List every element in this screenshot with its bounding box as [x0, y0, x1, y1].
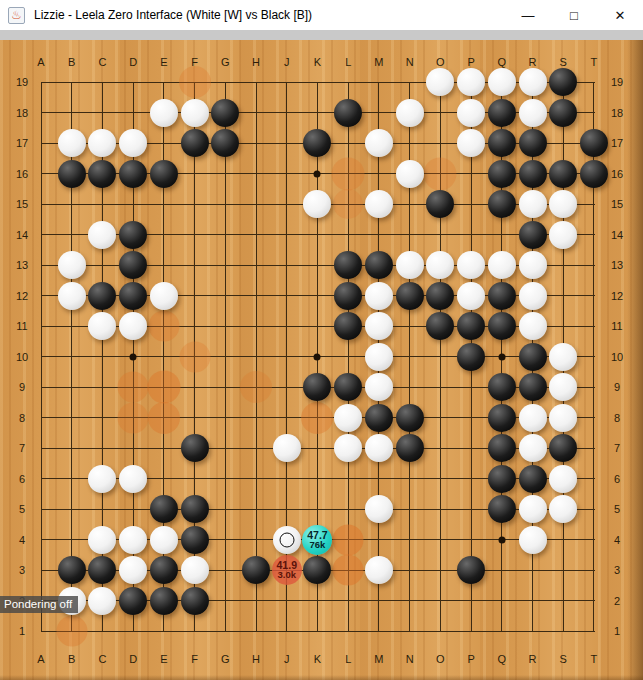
coord-label-left: 13: [16, 259, 28, 271]
stone-black: [426, 282, 454, 310]
stone-white: [181, 99, 209, 127]
coord-label-right: 2: [614, 595, 620, 607]
stone-white: [119, 526, 147, 554]
coord-label-bottom: J: [284, 653, 290, 665]
stone-white: [549, 465, 577, 493]
stone-black: [365, 404, 393, 432]
stone-black: [488, 434, 516, 462]
stone-white: [303, 190, 331, 218]
stone-black: [396, 434, 424, 462]
coord-label-right: 10: [611, 351, 623, 363]
coord-label-bottom: G: [221, 653, 230, 665]
coord-label-top: C: [98, 56, 106, 68]
go-board[interactable]: AA1919BB1818CC1717DD1616EE1515FF1414GG13…: [0, 40, 643, 680]
window-controls: — □ ✕: [505, 0, 643, 30]
stone-white: [396, 160, 424, 188]
coord-label-right: 8: [614, 412, 620, 424]
maximize-button[interactable]: □: [551, 0, 597, 30]
stone-white: [273, 434, 301, 462]
stone-black: [519, 373, 547, 401]
coord-label-left: 18: [16, 107, 28, 119]
coord-label-bottom: T: [591, 653, 598, 665]
heatmap-circle: [148, 402, 180, 434]
pondering-status: Pondering off: [0, 596, 78, 613]
last-move-marker: [279, 532, 294, 547]
suggestion-alt[interactable]: 41.93.0k: [272, 555, 302, 585]
stone-black: [488, 312, 516, 340]
coord-label-bottom: H: [252, 653, 260, 665]
stone-black: [488, 190, 516, 218]
stone-white: [519, 526, 547, 554]
grid-line-vertical: [41, 82, 42, 632]
stone-black: [457, 343, 485, 371]
star-point: [498, 536, 505, 543]
heatmap-circle: [301, 402, 333, 434]
coord-label-top: P: [467, 56, 474, 68]
stone-black: [181, 434, 209, 462]
stone-white: [549, 343, 577, 371]
stone-black: [119, 160, 147, 188]
stone-white: [119, 465, 147, 493]
stone-black: [119, 221, 147, 249]
heatmap-circle: [118, 372, 149, 403]
coord-label-right: 7: [614, 442, 620, 454]
stone-white: [549, 373, 577, 401]
stone-black: [580, 160, 608, 188]
coord-label-left: 5: [19, 503, 25, 515]
suggestion-visits: 3.0k: [278, 570, 297, 580]
coord-label-top: N: [406, 56, 414, 68]
coord-label-right: 9: [614, 381, 620, 393]
stone-white: [365, 434, 393, 462]
coord-label-right: 14: [611, 229, 623, 241]
coord-label-left: 17: [16, 137, 28, 149]
stone-black: [334, 373, 362, 401]
stone-white: [519, 404, 547, 432]
stone-white: [119, 312, 147, 340]
stone-black: [457, 556, 485, 584]
stone-white: [457, 282, 485, 310]
coord-label-top: S: [560, 56, 567, 68]
stone-black: [303, 129, 331, 157]
coord-label-right: 12: [611, 290, 623, 302]
stone-white: [58, 129, 86, 157]
coord-label-bottom: R: [529, 653, 537, 665]
coord-label-top: B: [68, 56, 75, 68]
stone-black: [119, 282, 147, 310]
grid-line-vertical: [256, 82, 257, 632]
coord-label-right: 1: [614, 625, 620, 637]
stone-black: [488, 282, 516, 310]
stone-white: [58, 251, 86, 279]
stone-black: [426, 190, 454, 218]
stone-black: [580, 129, 608, 157]
stone-black: [334, 282, 362, 310]
coord-label-bottom: B: [68, 653, 75, 665]
stone-white: [181, 556, 209, 584]
coord-label-left: 19: [16, 76, 28, 88]
stone-white: [150, 99, 178, 127]
heatmap-circle: [332, 157, 365, 190]
close-button[interactable]: ✕: [597, 0, 643, 30]
coord-label-left: 14: [16, 229, 28, 241]
coord-label-right: 15: [611, 198, 623, 210]
stone-white: [426, 251, 454, 279]
stone-black: [488, 160, 516, 188]
suggestion-best[interactable]: 47.776k: [302, 525, 332, 555]
stone-white: [119, 129, 147, 157]
heatmap-circle: [118, 402, 149, 433]
stone-black: [488, 99, 516, 127]
window-title: Lizzie - Leela Zero Interface (White [W]…: [34, 8, 312, 22]
stone-black: [150, 495, 178, 523]
board-edge-shadow-right: [627, 40, 643, 680]
stone-white: [457, 99, 485, 127]
stone-black: [88, 556, 116, 584]
lizzie-window: { "window": { "title": "Lizzie - Leela Z…: [0, 0, 643, 680]
stone-black: [396, 404, 424, 432]
coord-label-right: 11: [611, 320, 622, 332]
stone-white: [488, 68, 516, 96]
stone-black: [303, 373, 331, 401]
coord-label-top: L: [345, 56, 351, 68]
coord-label-left: 11: [16, 320, 27, 332]
title-bar[interactable]: ♨ Lizzie - Leela Zero Interface (White […: [0, 0, 643, 30]
stone-white: [519, 99, 547, 127]
coord-label-bottom: A: [37, 653, 44, 665]
stone-black: [181, 129, 209, 157]
coord-label-bottom: L: [345, 653, 351, 665]
stone-white: [119, 556, 147, 584]
coord-label-right: 6: [614, 473, 620, 485]
heatmap-circle: [147, 371, 180, 404]
coord-label-left: 12: [16, 290, 28, 302]
coord-label-top: T: [591, 56, 598, 68]
coord-label-bottom: P: [467, 653, 474, 665]
coord-label-right: 4: [614, 534, 620, 546]
coord-label-bottom: O: [436, 653, 445, 665]
stone-white: [457, 129, 485, 157]
coord-label-bottom: K: [314, 653, 321, 665]
coord-label-right: 17: [611, 137, 623, 149]
coord-label-left: 16: [16, 168, 28, 180]
stone-black: [150, 587, 178, 615]
coord-label-top: A: [37, 56, 44, 68]
star-point: [314, 353, 321, 360]
stone-white: [365, 282, 393, 310]
coord-label-left: 9: [19, 381, 25, 393]
stone-black: [334, 251, 362, 279]
coord-label-left: 7: [19, 442, 25, 454]
stone-white: [549, 404, 577, 432]
stone-black: [303, 556, 331, 584]
stone-white: [519, 282, 547, 310]
stone-white: [88, 587, 116, 615]
stone-black: [519, 221, 547, 249]
stone-black: [365, 251, 393, 279]
stone-white: [396, 99, 424, 127]
stone-black: [211, 99, 239, 127]
star-point: [314, 170, 321, 177]
heatmap-circle: [240, 371, 272, 403]
stone-white: [396, 251, 424, 279]
stone-black: [488, 129, 516, 157]
suggestion-visits: 76k: [310, 540, 326, 550]
grid-line-horizontal: [41, 631, 595, 632]
coord-label-bottom: Q: [498, 653, 507, 665]
stone-white: [334, 434, 362, 462]
stone-black: [549, 99, 577, 127]
stone-black: [549, 434, 577, 462]
stone-black: [150, 556, 178, 584]
stone-white: [334, 404, 362, 432]
heatmap-circle: [148, 311, 179, 342]
stone-white: [488, 251, 516, 279]
stone-white: [88, 129, 116, 157]
stone-black: [181, 495, 209, 523]
stone-black: [488, 495, 516, 523]
stone-white: [549, 190, 577, 218]
stone-black: [88, 282, 116, 310]
stone-white: [150, 282, 178, 310]
stone-black: [119, 251, 147, 279]
stone-black: [488, 465, 516, 493]
stone-black: [181, 526, 209, 554]
coord-label-bottom: S: [560, 653, 567, 665]
heatmap-circle: [333, 555, 364, 586]
stone-white: [88, 526, 116, 554]
stone-black: [396, 282, 424, 310]
stone-white: [519, 495, 547, 523]
coord-label-left: 4: [19, 534, 25, 546]
stone-black: [549, 160, 577, 188]
heatmap-circle: [179, 66, 211, 98]
stone-black: [119, 587, 147, 615]
stone-black: [58, 160, 86, 188]
stone-white: [549, 221, 577, 249]
coord-label-left: 10: [16, 351, 28, 363]
coord-label-top: H: [252, 56, 260, 68]
coord-label-top: O: [436, 56, 445, 68]
coord-label-bottom: E: [160, 653, 167, 665]
stone-white: [519, 434, 547, 462]
stone-white: [457, 68, 485, 96]
coord-label-top: Q: [498, 56, 507, 68]
coord-label-right: 18: [611, 107, 623, 119]
coord-label-left: 1: [19, 625, 25, 637]
stone-black: [211, 129, 239, 157]
heatmap-circle: [56, 616, 87, 647]
stone-white: [519, 68, 547, 96]
coord-label-top: D: [129, 56, 137, 68]
java-app-icon: ♨: [8, 7, 25, 24]
coord-label-top: K: [314, 56, 321, 68]
coord-label-right: 13: [611, 259, 623, 271]
stone-white: [365, 373, 393, 401]
stone-black: [181, 587, 209, 615]
grid-line-vertical: [225, 82, 226, 632]
coord-label-left: 6: [19, 473, 25, 485]
coord-label-right: 3: [614, 564, 620, 576]
stone-black: [519, 129, 547, 157]
coord-label-top: G: [221, 56, 230, 68]
stone-white: [519, 251, 547, 279]
stone-black: [58, 556, 86, 584]
coord-label-bottom: M: [374, 653, 383, 665]
stone-black: [334, 312, 362, 340]
stone-white: [365, 312, 393, 340]
heatmap-circle: [179, 341, 210, 372]
coord-label-bottom: N: [406, 653, 414, 665]
stone-white: [365, 495, 393, 523]
stone-white: [426, 68, 454, 96]
stone-white: [58, 282, 86, 310]
stone-black: [549, 68, 577, 96]
coord-label-top: J: [284, 56, 290, 68]
window-inner-border: [0, 30, 643, 40]
heatmap-circle: [333, 524, 364, 555]
coord-label-top: M: [374, 56, 383, 68]
coord-label-right: 19: [611, 76, 623, 88]
stone-black: [150, 160, 178, 188]
stone-white: [365, 190, 393, 218]
coord-label-bottom: C: [98, 653, 106, 665]
stone-white: [365, 343, 393, 371]
stone-black: [488, 404, 516, 432]
heatmap-circle: [424, 157, 457, 190]
stone-white: [549, 495, 577, 523]
stone-white: [150, 526, 178, 554]
stone-black: [242, 556, 270, 584]
coord-label-bottom: D: [129, 653, 137, 665]
coord-label-right: 16: [611, 168, 623, 180]
coord-label-left: 15: [16, 198, 28, 210]
stone-white: [88, 221, 116, 249]
coord-label-left: 8: [19, 412, 25, 424]
stone-white: [519, 190, 547, 218]
coord-label-top: E: [160, 56, 167, 68]
stone-black: [334, 99, 362, 127]
stone-black: [519, 160, 547, 188]
coord-label-left: 3: [19, 564, 25, 576]
board-edge-shadow-bottom: [0, 675, 643, 680]
stone-black: [426, 312, 454, 340]
stone-white: [519, 312, 547, 340]
heatmap-circle: [333, 189, 363, 219]
stone-white: [88, 465, 116, 493]
minimize-button[interactable]: —: [505, 0, 551, 30]
coord-label-top: R: [529, 56, 537, 68]
coord-label-bottom: F: [191, 653, 198, 665]
stone-white: [365, 129, 393, 157]
stone-white: [88, 312, 116, 340]
stone-white: [457, 251, 485, 279]
stone-black: [457, 312, 485, 340]
star-point: [498, 353, 505, 360]
star-point: [130, 353, 137, 360]
stone-black: [488, 373, 516, 401]
stone-black: [88, 160, 116, 188]
stone-black: [519, 343, 547, 371]
stone-black: [519, 465, 547, 493]
stone-white: [365, 556, 393, 584]
coord-label-right: 5: [614, 503, 620, 515]
